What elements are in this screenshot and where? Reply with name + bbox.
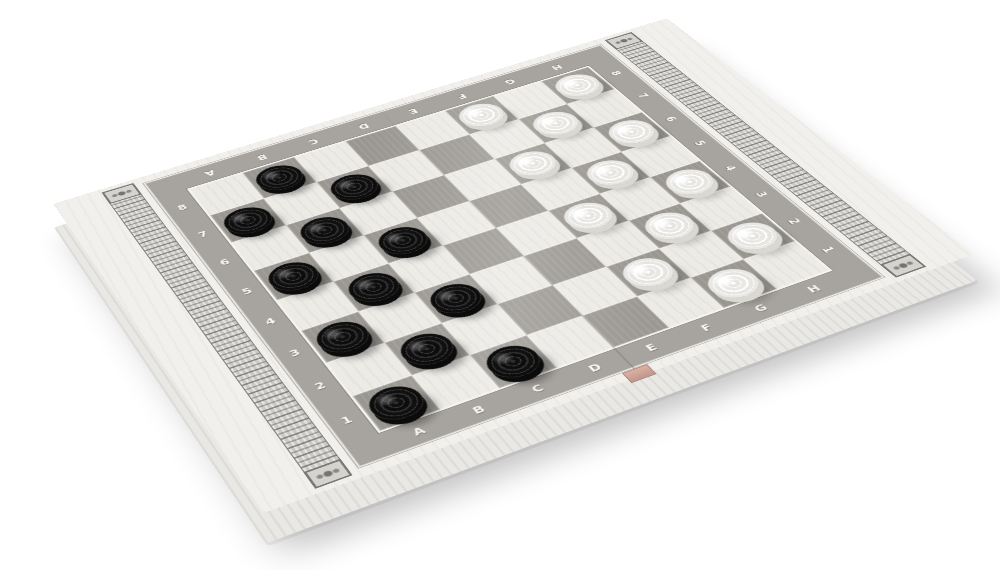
board-scene: ABCDEFGH ABCDEFGH 87654321 87654321 (143, 0, 850, 513)
checkers-board: ABCDEFGH ABCDEFGH 87654321 87654321 (53, 18, 974, 513)
photo-background: ABCDEFGH ABCDEFGH 87654321 87654321 (0, 0, 1000, 570)
